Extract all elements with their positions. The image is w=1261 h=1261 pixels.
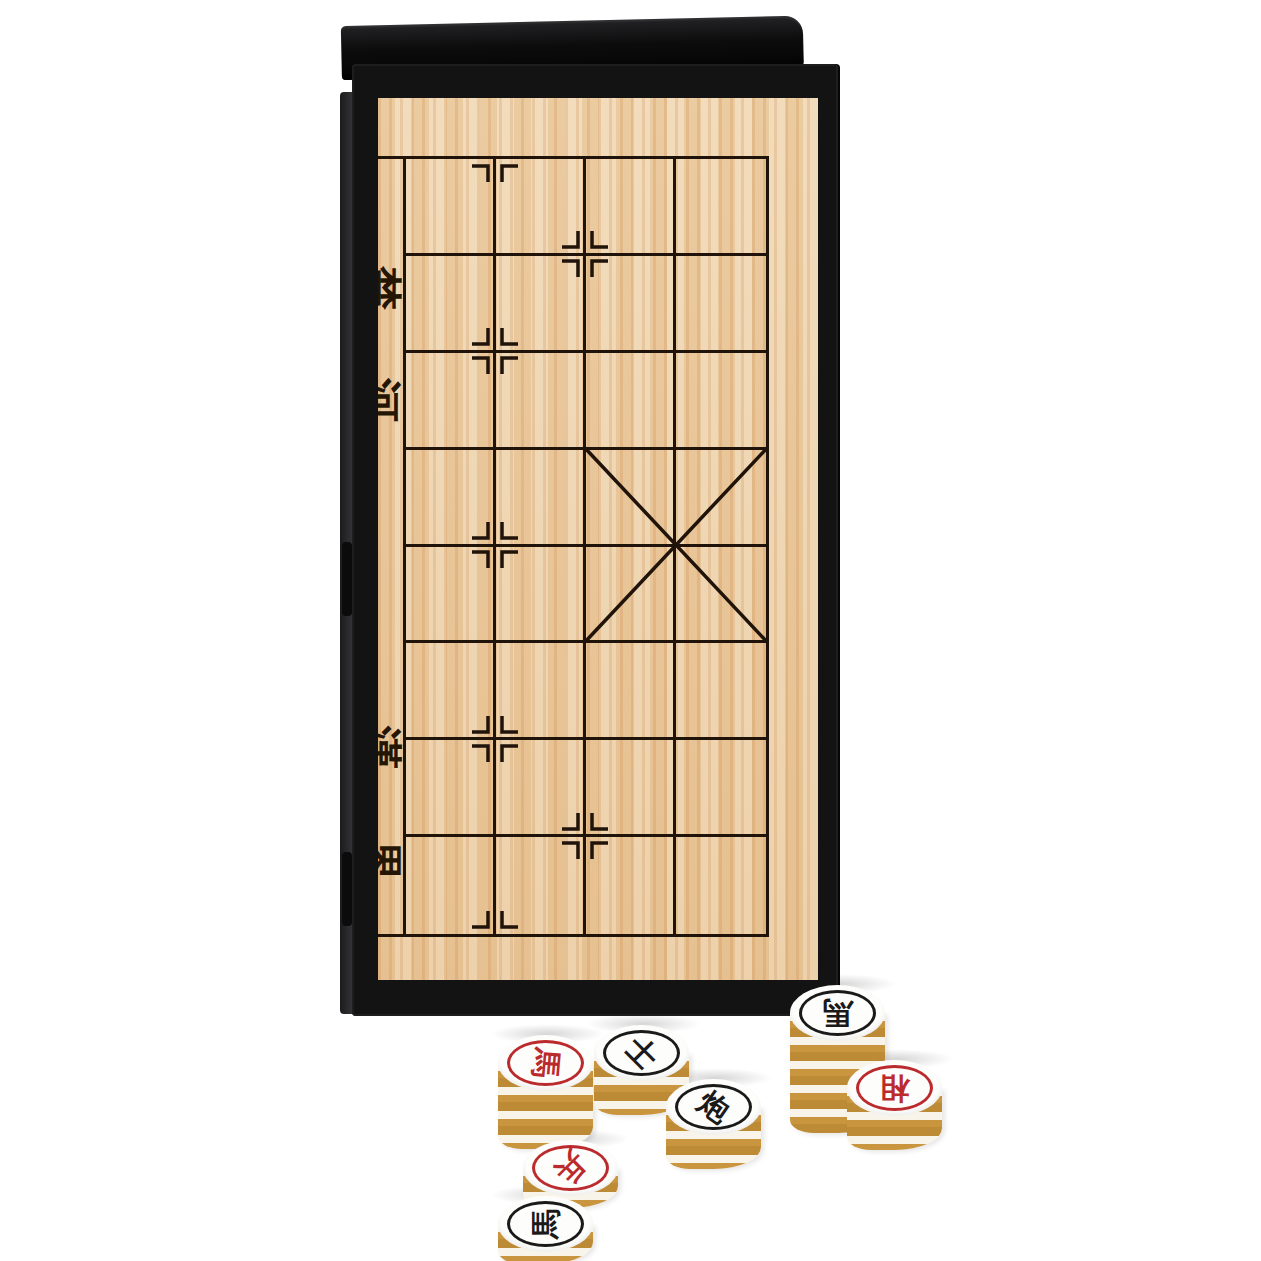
xiangqi-half-grid (403, 156, 769, 937)
piece-ring: 馬 (507, 1201, 584, 1247)
disc-top-face: 馬 (498, 1035, 593, 1091)
disc-top-face: 炮 (666, 1079, 761, 1135)
hinge (342, 852, 352, 926)
piece-character: 馬 (823, 998, 853, 1028)
piece-ring: 相 (856, 1065, 933, 1111)
piece-character: 兵 (549, 1147, 591, 1189)
piece-ring: 馬 (799, 990, 876, 1036)
border-extension (378, 934, 406, 937)
disc-top-face: 馬 (790, 985, 885, 1041)
folded-xiangqi-board: 楚 河 漢 界 (340, 24, 850, 1024)
piece-character: 馬 (529, 1047, 562, 1080)
border-extension (378, 156, 406, 159)
piece-character: 士 (620, 1032, 662, 1074)
hinge (342, 542, 352, 616)
piece-character: 炮 (693, 1086, 735, 1128)
disc-top-face: 馬 (498, 1196, 593, 1252)
piece-ring: 馬 (507, 1040, 584, 1086)
piece-character: 馬 (531, 1209, 561, 1239)
board-frame: 楚 河 漢 界 (352, 64, 838, 1016)
piece-ring: 士 (603, 1030, 680, 1076)
river-char: 漢 (378, 726, 403, 772)
piece-ring: 炮 (675, 1084, 752, 1130)
piece-ring: 兵 (532, 1145, 609, 1191)
board-face: 楚 河 漢 界 (378, 98, 818, 980)
piece-character: 相 (880, 1073, 910, 1103)
product-photo-canvas: { "game": "xiangqi", "scene": { "descrip… (0, 0, 1261, 1261)
grid-cells (406, 159, 766, 934)
disc-top-face: 兵 (523, 1140, 618, 1196)
disc-top-face: 相 (847, 1060, 942, 1116)
river-char: 河 (378, 378, 403, 424)
disc-top-face: 士 (594, 1025, 689, 1081)
river-char: 楚 (378, 266, 403, 312)
river-char: 界 (378, 839, 403, 885)
